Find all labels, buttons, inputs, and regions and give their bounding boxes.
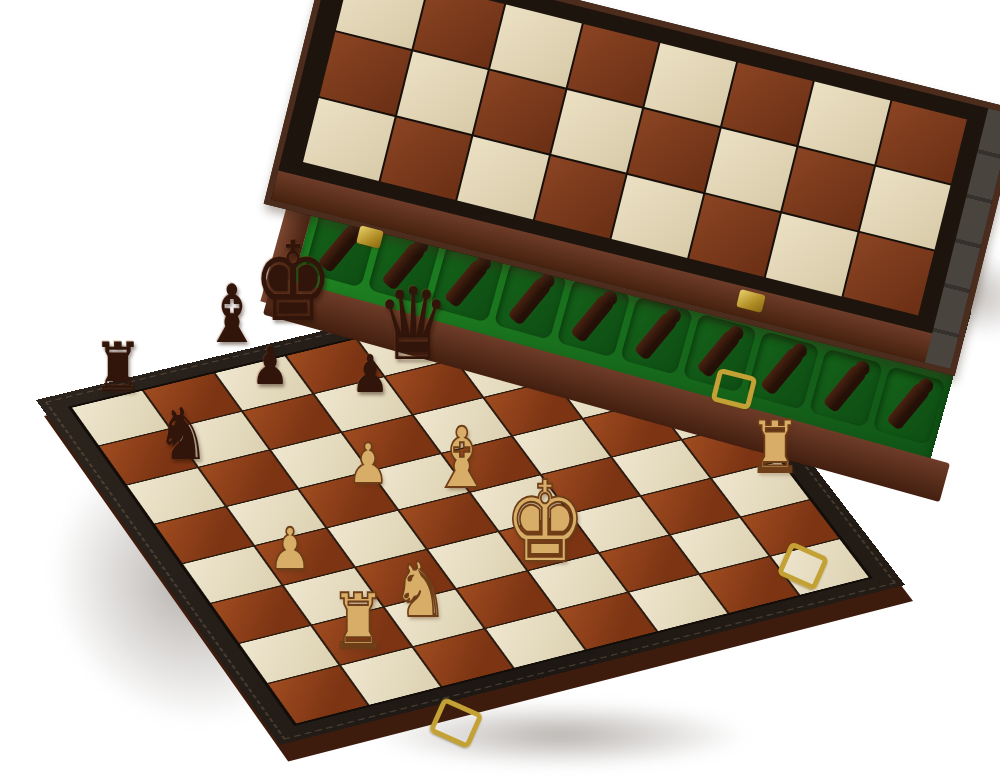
piece-slot (746, 331, 820, 410)
piece-slot (809, 348, 883, 427)
chess-set-photo: ♜♝♚♟♟♛♞♟♝♟♚♜♞♜ (0, 0, 1000, 776)
piece-white-bishop-f5[interactable]: ♝ (431, 416, 493, 500)
piece-black-rook-a8[interactable]: ♜ (93, 334, 143, 402)
piece-white-pawn-d5[interactable]: ♟ (347, 436, 388, 492)
piece-white-pawn-b4[interactable]: ♟ (269, 520, 312, 578)
piece-black-knight-a6[interactable]: ♞ (157, 398, 210, 470)
stored-dark-pawn[interactable] (570, 292, 616, 343)
stored-dark-rook[interactable] (633, 310, 679, 361)
stored-dark-bishop[interactable] (760, 345, 806, 396)
stored-dark-pawn[interactable] (823, 362, 869, 413)
piece-black-pawn-c7[interactable]: ♟ (251, 340, 289, 392)
stored-dark-knight[interactable] (507, 275, 553, 326)
stored-dark-bishop[interactable] (444, 257, 490, 308)
piece-white-rook-h3[interactable]: ♜ (749, 411, 802, 483)
piece-white-king-f3[interactable]: ♚ (504, 466, 586, 578)
piece-slot (872, 366, 946, 445)
piece-black-king-d8[interactable]: ♚ (253, 227, 334, 337)
piece-black-pawn-e7[interactable]: ♟ (351, 348, 389, 400)
piece-white-rook-b2[interactable]: ♜ (330, 584, 386, 660)
stored-dark-rook[interactable] (886, 380, 932, 431)
piece-white-knight-c2[interactable]: ♞ (392, 552, 448, 628)
